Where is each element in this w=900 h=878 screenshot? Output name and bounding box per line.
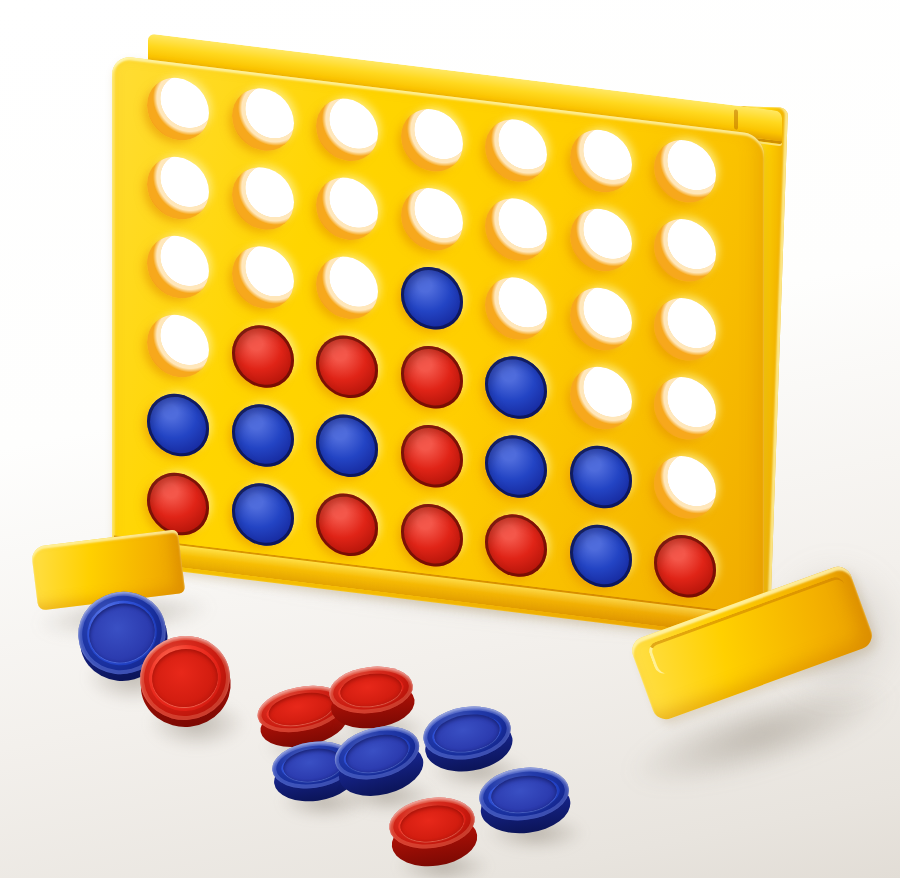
loose-discs-layer (0, 0, 900, 878)
disc-inner-ring (489, 772, 560, 816)
disc-inner-ring (398, 801, 466, 845)
disc-inner-ring (149, 645, 221, 710)
disc-inner-ring (338, 670, 404, 710)
disc-inner-ring (432, 710, 502, 756)
disc-inner-ring (266, 688, 336, 731)
scene (0, 0, 900, 878)
